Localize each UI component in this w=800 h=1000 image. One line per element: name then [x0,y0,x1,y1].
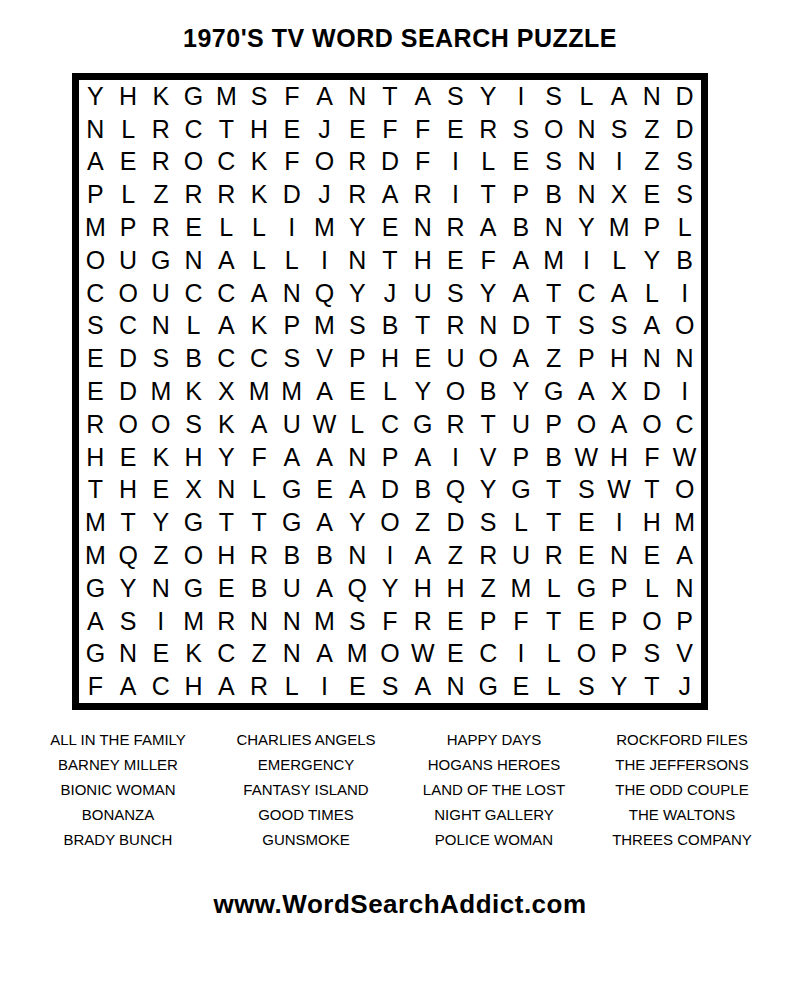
grid-cell-r11c16: O [570,408,603,441]
grid-cell-r18c5: C [210,637,243,670]
grid-cell-r2c17: S [603,113,636,146]
grid-cell-r2c11: F [406,113,439,146]
grid-cell-r15c12: Z [439,539,472,572]
grid-cell-r13c12: Q [439,473,472,506]
grid-cell-r16c5: E [210,572,243,605]
grid-cell-r5c18: P [636,211,669,244]
grid-cell-r9c14: A [505,342,538,375]
grid-cell-r12c11: A [406,441,439,474]
grid-cell-r2c7: E [275,113,308,146]
grid-cell-r19c13: G [472,670,505,703]
grid-cell-r9c17: H [603,342,636,375]
grid-cell-r13c13: Y [472,473,505,506]
grid-cell-r7c15: T [537,277,570,310]
grid-cell-r19c19: J [668,670,701,703]
grid-cell-r17c16: E [570,605,603,638]
word-list-item: THREES COMPANY [594,827,770,852]
grid-cell-r1c10: T [374,80,407,113]
grid-cell-r19c8: I [308,670,341,703]
grid-cell-r6c10: T [374,244,407,277]
grid-cell-r14c17: I [603,506,636,539]
grid-cell-r15c19: A [668,539,701,572]
grid-cell-r16c1: G [79,572,112,605]
grid-cell-r14c16: E [570,506,603,539]
website-url: www.WordSearchAddict.com [0,889,800,920]
grid-cell-r19c15: L [537,670,570,703]
grid-cell-r2c18: Z [636,113,669,146]
grid-cell-r14c11: Z [406,506,439,539]
grid-cell-r1c7: F [275,80,308,113]
word-list-item: POLICE WOMAN [406,827,582,852]
word-list-item: THE JEFFERSONS [594,752,770,777]
grid-cell-r10c8: A [308,375,341,408]
grid-cell-r2c1: N [79,113,112,146]
grid-cell-r15c11: A [406,539,439,572]
grid-cell-r16c11: H [406,572,439,605]
grid-cell-r12c3: K [144,441,177,474]
grid-cell-r9c8: V [308,342,341,375]
grid-cell-r12c7: A [275,441,308,474]
grid-cell-r5c2: P [112,211,145,244]
grid-cell-r19c9: E [341,670,374,703]
grid-cell-r13c2: H [112,473,145,506]
grid-cell-r8c5: A [210,310,243,343]
grid-cell-r4c14: P [505,178,538,211]
grid-cell-r7c1: C [79,277,112,310]
word-list-item: THE WALTONS [594,802,770,827]
grid-cell-r18c14: I [505,637,538,670]
grid-cell-r8c13: N [472,310,505,343]
grid-cell-r15c1: M [79,539,112,572]
grid-cell-r8c12: R [439,310,472,343]
grid-cell-r10c17: X [603,375,636,408]
grid-cell-r4c17: X [603,178,636,211]
grid-cell-r14c6: T [243,506,276,539]
grid-cell-r14c18: H [636,506,669,539]
grid-cell-r4c1: P [79,178,112,211]
grid-cell-r12c18: F [636,441,669,474]
grid-cell-r12c2: E [112,441,145,474]
grid-cell-r5c12: R [439,211,472,244]
grid-cell-r11c7: U [275,408,308,441]
grid-cell-r12c4: H [177,441,210,474]
grid-cell-r15c3: Z [144,539,177,572]
grid-cell-r17c11: R [406,605,439,638]
grid-cell-r5c10: E [374,211,407,244]
grid-cell-r16c10: Y [374,572,407,605]
grid-cell-r16c7: U [275,572,308,605]
grid-cell-r7c12: S [439,277,472,310]
grid-cell-r14c15: T [537,506,570,539]
grid-cell-r8c10: B [374,310,407,343]
page-title: 1970'S TV WORD SEARCH PUZZLE [0,24,800,53]
grid-cell-r6c2: U [112,244,145,277]
grid-cell-r9c12: U [439,342,472,375]
grid-cell-r1c17: A [603,80,636,113]
grid-cell-r15c2: Q [112,539,145,572]
grid-cell-r19c10: S [374,670,407,703]
grid-cell-r2c5: T [210,113,243,146]
grid-cell-r8c9: S [341,310,374,343]
grid-cell-r12c1: H [79,441,112,474]
grid-cell-r18c17: P [603,637,636,670]
grid-cell-r18c6: Z [243,637,276,670]
grid-cell-r1c4: G [177,80,210,113]
grid-cell-r9c15: Z [537,342,570,375]
grid-cell-r7c4: C [177,277,210,310]
grid-cell-r13c15: T [537,473,570,506]
grid-cell-r17c3: I [144,605,177,638]
grid-cell-r10c6: M [243,375,276,408]
grid-cell-r9c6: C [243,342,276,375]
grid-cell-r19c5: A [210,670,243,703]
grid-cell-r15c10: I [374,539,407,572]
grid-cell-r6c12: E [439,244,472,277]
grid-cell-r17c10: F [374,605,407,638]
grid-cell-r18c8: A [308,637,341,670]
grid-cell-r10c11: Y [406,375,439,408]
grid-cell-r18c4: K [177,637,210,670]
grid-cell-r9c5: C [210,342,243,375]
grid-cell-r5c14: B [505,211,538,244]
grid-cell-r11c4: S [177,408,210,441]
grid-cell-r2c12: E [439,113,472,146]
grid-cell-r15c8: B [308,539,341,572]
grid-cell-r19c4: H [177,670,210,703]
grid-cell-r5c7: I [275,211,308,244]
grid-cell-r6c13: F [472,244,505,277]
grid-cell-r3c17: I [603,146,636,179]
grid-cell-r17c2: S [112,605,145,638]
grid-cell-r19c12: N [439,670,472,703]
grid-cell-r18c18: S [636,637,669,670]
grid-cell-r11c12: R [439,408,472,441]
grid-cell-r10c18: D [636,375,669,408]
grid-cell-r13c8: E [308,473,341,506]
grid-cell-r8c3: N [144,310,177,343]
grid-cell-r14c13: S [472,506,505,539]
grid-cell-r2c2: L [112,113,145,146]
grid-cell-r3c8: O [308,146,341,179]
grid-cell-r9c7: S [275,342,308,375]
grid-cell-r19c17: Y [603,670,636,703]
grid-cell-r17c5: R [210,605,243,638]
grid-cell-r10c1: E [79,375,112,408]
grid-cell-r18c7: N [275,637,308,670]
grid-cell-r16c3: N [144,572,177,605]
grid-cell-r4c3: Z [144,178,177,211]
grid-cell-r3c6: K [243,146,276,179]
grid-cell-r8c14: D [505,310,538,343]
grid-cell-r1c15: S [537,80,570,113]
grid-cell-r4c16: N [570,178,603,211]
grid-cell-r18c2: N [112,637,145,670]
grid-cell-r9c18: N [636,342,669,375]
grid-cell-r6c1: O [79,244,112,277]
grid-cell-r14c7: G [275,506,308,539]
grid-cell-r10c10: L [374,375,407,408]
grid-cell-r7c3: U [144,277,177,310]
grid-cell-r15c6: R [243,539,276,572]
grid-cell-r4c13: T [472,178,505,211]
grid-cell-r3c1: A [79,146,112,179]
grid-cell-r16c8: A [308,572,341,605]
word-list-item: BARNEY MILLER [30,752,206,777]
word-list-item: GUNSMOKE [218,827,394,852]
grid-cell-r18c11: W [406,637,439,670]
grid-cell-r13c3: E [144,473,177,506]
grid-cell-r18c1: G [79,637,112,670]
grid-cell-r1c18: N [636,80,669,113]
grid-cell-r2c16: N [570,113,603,146]
grid-cell-r3c3: R [144,146,177,179]
grid-cell-r2c8: J [308,113,341,146]
grid-cell-r5c11: N [406,211,439,244]
grid-cell-r15c9: N [341,539,374,572]
grid-cell-r5c17: M [603,211,636,244]
grid-cell-r2c6: H [243,113,276,146]
grid-cell-r15c18: E [636,539,669,572]
grid-cell-r5c9: Y [341,211,374,244]
grid-cell-r11c11: G [406,408,439,441]
grid-cell-r4c4: R [177,178,210,211]
grid-cell-r11c13: T [472,408,505,441]
grid-cell-r12c5: Y [210,441,243,474]
grid-cell-r17c14: F [505,605,538,638]
word-list-item: ALL IN THE FAMILY [30,727,206,752]
word-list: ALL IN THE FAMILYBARNEY MILLERBIONIC WOM… [30,727,770,852]
grid-cell-r6c15: M [537,244,570,277]
grid-cell-r13c6: L [243,473,276,506]
grid-cell-r7c19: I [668,277,701,310]
grid-cell-r5c15: N [537,211,570,244]
grid-cell-r15c4: O [177,539,210,572]
grid-cell-r9c16: P [570,342,603,375]
grid-cell-r7c17: A [603,277,636,310]
grid-cell-r9c19: N [668,342,701,375]
grid-cell-r13c5: N [210,473,243,506]
grid-cell-r6c18: Y [636,244,669,277]
word-list-item: FANTASY ISLAND [218,777,394,802]
word-list-item: BONANZA [30,802,206,827]
grid-cell-r3c13: L [472,146,505,179]
word-list-item: EMERGENCY [218,752,394,777]
grid-cell-r6c11: H [406,244,439,277]
word-list-item: THE ODD COUPLE [594,777,770,802]
grid-cell-r12c9: N [341,441,374,474]
grid-cell-r10c16: A [570,375,603,408]
grid-cell-r11c5: K [210,408,243,441]
grid-cell-r1c13: Y [472,80,505,113]
grid-cell-r11c17: A [603,408,636,441]
grid-cell-r7c14: A [505,277,538,310]
grid-cell-r1c3: K [144,80,177,113]
grid-cell-r5c16: Y [570,211,603,244]
grid-cell-r18c9: M [341,637,374,670]
grid-cell-r14c4: G [177,506,210,539]
grid-cell-r8c1: S [79,310,112,343]
grid-cell-r6c5: A [210,244,243,277]
grid-cell-r1c14: I [505,80,538,113]
grid-cell-r5c3: R [144,211,177,244]
word-list-item: BRADY BUNCH [30,827,206,852]
word-list-item: BIONIC WOMAN [30,777,206,802]
grid-cell-r16c13: Z [472,572,505,605]
grid-cell-r17c8: M [308,605,341,638]
grid-cell-r11c9: L [341,408,374,441]
grid-cell-r13c16: S [570,473,603,506]
grid-cell-r15c13: R [472,539,505,572]
grid-cell-r3c14: E [505,146,538,179]
grid-cell-r11c14: U [505,408,538,441]
grid-cell-r5c4: E [177,211,210,244]
word-list-column-1: ALL IN THE FAMILYBARNEY MILLERBIONIC WOM… [30,727,206,852]
grid-cell-r9c11: E [406,342,439,375]
grid-cell-r14c19: M [668,506,701,539]
grid-cell-r10c12: O [439,375,472,408]
grid-cell-r16c9: Q [341,572,374,605]
grid-cell-r16c12: H [439,572,472,605]
grid-cell-r10c4: K [177,375,210,408]
grid-cell-r8c17: S [603,310,636,343]
word-list-item: LAND OF THE LOST [406,777,582,802]
grid-cell-r8c6: K [243,310,276,343]
grid-cell-r2c14: S [505,113,538,146]
grid-cell-r1c9: N [341,80,374,113]
grid-cell-r8c4: L [177,310,210,343]
grid-cell-r12c12: I [439,441,472,474]
grid-cell-r15c5: H [210,539,243,572]
word-search-grid-frame: YHKGMSFANTASYISLANDNLRCTHEJEFFERSONSZDAE… [72,73,708,710]
grid-cell-r13c14: G [505,473,538,506]
grid-cell-r16c17: P [603,572,636,605]
grid-cell-r17c19: P [668,605,701,638]
grid-cell-r1c2: H [112,80,145,113]
grid-cell-r4c2: L [112,178,145,211]
grid-cell-r12c16: W [570,441,603,474]
grid-cell-r7c11: U [406,277,439,310]
grid-cell-r9c3: S [144,342,177,375]
grid-cell-r13c11: B [406,473,439,506]
grid-cell-r19c7: L [275,670,308,703]
grid-cell-r15c16: E [570,539,603,572]
grid-cell-r19c16: S [570,670,603,703]
grid-cell-r13c7: G [275,473,308,506]
grid-cell-r1c19: D [668,80,701,113]
grid-cell-r19c11: A [406,670,439,703]
grid-cell-r16c14: M [505,572,538,605]
grid-cell-r8c18: A [636,310,669,343]
grid-cell-r7c8: Q [308,277,341,310]
grid-cell-r11c2: O [112,408,145,441]
grid-cell-r6c8: I [308,244,341,277]
grid-cell-r17c12: E [439,605,472,638]
grid-cell-r8c19: O [668,310,701,343]
grid-cell-r3c12: I [439,146,472,179]
grid-cell-r11c1: R [79,408,112,441]
grid-cell-r10c14: Y [505,375,538,408]
grid-cell-r9c4: B [177,342,210,375]
grid-cell-r7c13: Y [472,277,505,310]
grid-cell-r15c17: N [603,539,636,572]
grid-cell-r12c8: A [308,441,341,474]
grid-cell-r12c14: P [505,441,538,474]
grid-cell-r14c10: O [374,506,407,539]
grid-cell-r2c13: R [472,113,505,146]
grid-cell-r14c14: L [505,506,538,539]
grid-cell-r5c6: L [243,211,276,244]
grid-cell-r10c7: M [275,375,308,408]
grid-cell-r5c5: L [210,211,243,244]
grid-cell-r16c4: G [177,572,210,605]
grid-cell-r1c8: A [308,80,341,113]
grid-cell-r17c1: A [79,605,112,638]
grid-cell-r15c15: R [537,539,570,572]
grid-cell-r13c17: W [603,473,636,506]
grid-cell-r9c13: O [472,342,505,375]
grid-cell-r11c15: P [537,408,570,441]
word-list-item: GOOD TIMES [218,802,394,827]
grid-cell-r2c4: C [177,113,210,146]
grid-cell-r4c10: A [374,178,407,211]
grid-cell-r7c7: N [275,277,308,310]
grid-cell-r14c1: M [79,506,112,539]
grid-cell-r7c6: A [243,277,276,310]
grid-cell-r10c15: G [537,375,570,408]
grid-cell-r1c12: S [439,80,472,113]
grid-cell-r3c7: F [275,146,308,179]
grid-cell-r6c3: G [144,244,177,277]
grid-cell-r15c7: B [275,539,308,572]
grid-cell-r11c19: C [668,408,701,441]
grid-cell-r14c8: A [308,506,341,539]
grid-cell-r5c1: M [79,211,112,244]
grid-cell-r5c19: L [668,211,701,244]
grid-cell-r4c12: I [439,178,472,211]
grid-cell-r18c12: E [439,637,472,670]
grid-cell-r16c2: Y [112,572,145,605]
grid-cell-r8c15: T [537,310,570,343]
grid-cell-r13c19: O [668,473,701,506]
grid-cell-r14c12: D [439,506,472,539]
grid-cell-r7c5: C [210,277,243,310]
grid-cell-r19c14: E [505,670,538,703]
grid-cell-r11c3: O [144,408,177,441]
grid-cell-r16c18: L [636,572,669,605]
word-list-item: NIGHT GALLERY [406,802,582,827]
grid-cell-r17c7: N [275,605,308,638]
grid-cell-r13c9: A [341,473,374,506]
word-search-grid: YHKGMSFANTASYISLANDNLRCTHEJEFFERSONSZDAE… [79,80,701,703]
grid-cell-r7c10: J [374,277,407,310]
grid-cell-r4c11: R [406,178,439,211]
grid-cell-r18c19: V [668,637,701,670]
grid-cell-r12c10: P [374,441,407,474]
grid-cell-r6c6: L [243,244,276,277]
grid-cell-r3c11: F [406,146,439,179]
grid-cell-r17c4: M [177,605,210,638]
word-list-item: ROCKFORD FILES [594,727,770,752]
grid-cell-r4c18: E [636,178,669,211]
word-list-item: HOGANS HEROES [406,752,582,777]
grid-cell-r14c5: T [210,506,243,539]
grid-cell-r17c6: N [243,605,276,638]
grid-cell-r19c1: F [79,670,112,703]
grid-cell-r4c15: B [537,178,570,211]
grid-cell-r2c9: E [341,113,374,146]
grid-cell-r12c19: W [668,441,701,474]
grid-cell-r17c9: S [341,605,374,638]
